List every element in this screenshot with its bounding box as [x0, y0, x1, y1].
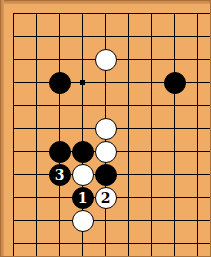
- board-edge-right: [210, 0, 211, 257]
- stone-white-E17: [95, 49, 117, 71]
- stone-black-E12: [95, 164, 117, 186]
- stone-white-E11-move-2: 2: [95, 187, 117, 209]
- intersection-E12: [94, 163, 117, 186]
- intersection-D13: [71, 140, 94, 163]
- stone-white-E13: [95, 141, 117, 163]
- stone-black-H16: [164, 72, 186, 94]
- stone-black-D11-move-1: 1: [72, 187, 94, 209]
- hoshi-star-point-D16: [80, 80, 85, 85]
- intersection-D12: [71, 163, 94, 186]
- stone-black-C12-move-3: 3: [49, 164, 71, 186]
- stone-black-C16: [49, 72, 71, 94]
- intersection-D11: 1: [71, 186, 94, 209]
- intersection-E14: [94, 117, 117, 140]
- intersection-D16: [71, 71, 94, 94]
- stone-black-C13: [49, 141, 71, 163]
- board-edge-left: [0, 0, 4, 257]
- stone-white-E14: [95, 118, 117, 140]
- intersection-E17: [94, 48, 117, 71]
- go-board: 312: [0, 0, 211, 257]
- intersection-C16: [48, 71, 71, 94]
- intersection-C12: 3: [48, 163, 71, 186]
- stone-black-D13: [72, 141, 94, 163]
- intersection-E11: 2: [94, 186, 117, 209]
- intersection-E13: [94, 140, 117, 163]
- board-edge-top: [0, 0, 211, 4]
- stone-layer: 312: [2, 2, 209, 255]
- intersection-H16: [163, 71, 186, 94]
- intersection-C13: [48, 140, 71, 163]
- stone-white-D10: [72, 210, 94, 232]
- stone-white-D12: [72, 164, 94, 186]
- intersection-D10: [71, 209, 94, 232]
